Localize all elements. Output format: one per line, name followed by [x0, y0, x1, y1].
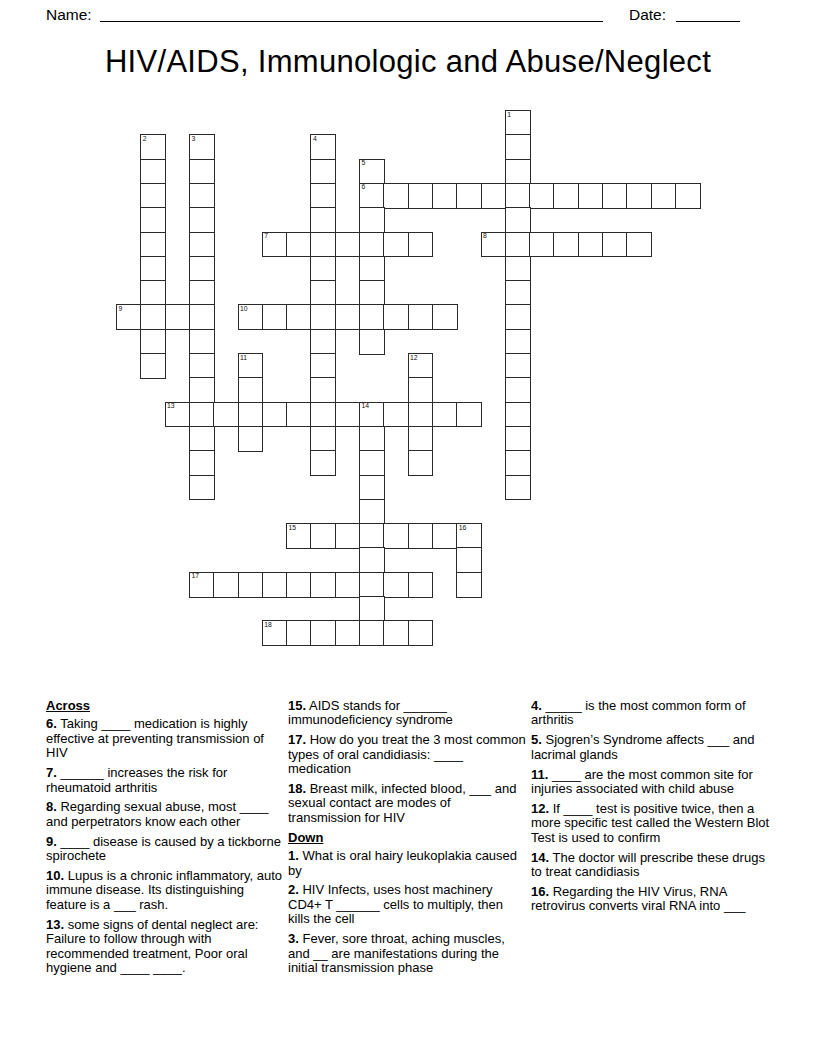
- cell-r9c8[interactable]: [310, 329, 336, 355]
- cell-r3c16[interactable]: [505, 183, 531, 209]
- cell-r6c16[interactable]: [505, 256, 531, 282]
- name-blank-line: [100, 21, 603, 22]
- cell-r8c1[interactable]: [140, 304, 166, 330]
- cell-r10c12[interactable]: 12: [408, 353, 434, 379]
- cell-r19c10[interactable]: [359, 572, 385, 598]
- cell-r3c3[interactable]: [189, 183, 215, 209]
- cell-r2c16[interactable]: [505, 159, 531, 185]
- cell-r12c5[interactable]: [238, 402, 264, 428]
- cell-r5c3[interactable]: [189, 232, 215, 258]
- cell-r19c7[interactable]: [286, 572, 312, 598]
- cell-r12c14[interactable]: [456, 402, 482, 428]
- cell-r13c16[interactable]: [505, 426, 531, 452]
- cell-r18c10[interactable]: [359, 547, 385, 573]
- cell-r17c14[interactable]: 16: [456, 523, 482, 549]
- cell-r13c8[interactable]: [310, 426, 336, 452]
- cell-number-8: 8: [483, 232, 487, 240]
- cell-r8c10[interactable]: [359, 304, 385, 330]
- cell-r14c3[interactable]: [189, 450, 215, 476]
- clue-number: 3.: [288, 931, 299, 946]
- cell-r17c7[interactable]: 15: [286, 523, 312, 549]
- cell-r8c16[interactable]: [505, 304, 531, 330]
- clue-number: 8.: [46, 799, 57, 814]
- clue-number: 15.: [288, 698, 306, 713]
- clue-number: 11.: [531, 767, 548, 782]
- cell-r13c12[interactable]: [408, 426, 434, 452]
- cell-r8c6[interactable]: [262, 304, 288, 330]
- clue-number: 18.: [288, 781, 306, 796]
- cell-number-3: 3: [191, 135, 195, 143]
- cell-r17c10[interactable]: [359, 523, 385, 549]
- cell-r14c8[interactable]: [310, 450, 336, 476]
- cell-r19c11[interactable]: [383, 572, 409, 598]
- cell-r4c16[interactable]: [505, 207, 531, 233]
- cell-r5c20[interactable]: [602, 232, 628, 258]
- cell-r1c8[interactable]: 4: [310, 134, 336, 160]
- cell-r15c16[interactable]: [505, 475, 531, 501]
- date-label: Date:: [629, 6, 666, 24]
- clue-down-12: 12. If ____ test is positive twice, then…: [531, 802, 770, 845]
- clue-number: 16.: [531, 884, 549, 899]
- cell-r2c1[interactable]: [140, 159, 166, 185]
- cell-r5c10[interactable]: [359, 232, 385, 258]
- cell-r19c4[interactable]: [213, 572, 239, 598]
- clue-across-10: 10. Lupus is a chronic inflammatory, aut…: [46, 869, 285, 912]
- clue-number: 5.: [531, 732, 542, 747]
- cell-r5c1[interactable]: [140, 232, 166, 258]
- clue-number: 4.: [531, 698, 542, 713]
- cell-r2c8[interactable]: [310, 159, 336, 185]
- cell-r12c10[interactable]: 14: [359, 402, 385, 428]
- cell-number-18: 18: [264, 621, 272, 629]
- clue-down-14: 14. The doctor will prescribe these drug…: [531, 851, 770, 880]
- cell-r9c1[interactable]: [140, 329, 166, 355]
- cell-r14c16[interactable]: [505, 450, 531, 476]
- clue-down-11: 11. ____ are the most common site for in…: [531, 768, 770, 797]
- cell-number-1: 1: [507, 111, 511, 119]
- cell-number-14: 14: [362, 402, 370, 410]
- clue-down-5: 5. Sjogren’s Syndrome affects ___ and la…: [531, 733, 770, 762]
- cell-r5c6[interactable]: 7: [262, 232, 288, 258]
- cell-r12c16[interactable]: [505, 402, 531, 428]
- clue-across-15: 15. AIDS stands for ______ immunodeficie…: [288, 699, 527, 728]
- cell-number-11: 11: [240, 354, 247, 362]
- cell-number-15: 15: [289, 524, 297, 532]
- cell-r15c3[interactable]: [189, 475, 215, 501]
- cell-r7c16[interactable]: [505, 280, 531, 306]
- cell-r16c10[interactable]: [359, 499, 385, 525]
- cell-r5c8[interactable]: [310, 232, 336, 258]
- cell-r8c11[interactable]: [383, 304, 409, 330]
- cell-r8c0[interactable]: 9: [116, 304, 142, 330]
- cell-number-9: 9: [119, 305, 123, 313]
- cell-r10c5[interactable]: 11: [238, 353, 264, 379]
- cell-r12c13[interactable]: [432, 402, 458, 428]
- cell-r10c3[interactable]: [189, 353, 215, 379]
- cell-r12c9[interactable]: [335, 402, 361, 428]
- cell-r2c10[interactable]: 5: [359, 159, 385, 185]
- clue-column-2: 15. AIDS stands for ______ immunodeficie…: [288, 699, 527, 981]
- cell-r19c12[interactable]: [408, 572, 434, 598]
- clue-number: 17.: [288, 732, 306, 747]
- cell-r5c19[interactable]: [578, 232, 604, 258]
- cell-r12c4[interactable]: [213, 402, 239, 428]
- cell-r13c3[interactable]: [189, 426, 215, 452]
- cell-r20c10[interactable]: [359, 596, 385, 622]
- cell-r12c7[interactable]: [286, 402, 312, 428]
- cell-r8c12[interactable]: [408, 304, 434, 330]
- cell-r21c9[interactable]: [335, 620, 361, 646]
- cell-r5c21[interactable]: [626, 232, 652, 258]
- cell-r3c17[interactable]: [529, 183, 555, 209]
- cell-r7c10[interactable]: [359, 280, 385, 306]
- cell-r10c1[interactable]: [140, 353, 166, 379]
- cell-r1c16[interactable]: [505, 134, 531, 160]
- cell-number-6: 6: [362, 183, 366, 191]
- clue-down-4: 4. _____ is the most common form of arth…: [531, 699, 770, 728]
- cell-r4c1[interactable]: [140, 207, 166, 233]
- cell-r12c2[interactable]: 13: [165, 402, 191, 428]
- clue-across-17: 17. How do you treat the 3 most common t…: [288, 733, 527, 776]
- cell-r17c9[interactable]: [335, 523, 361, 549]
- cell-r3c12[interactable]: [408, 183, 434, 209]
- page-title: HIV/AIDS, Immunologic and Abuse/Neglect: [0, 44, 816, 80]
- cell-r3c13[interactable]: [432, 183, 458, 209]
- cell-r15c10[interactable]: [359, 475, 385, 501]
- clue-down-2: 2. HIV Infects, uses host machinery CD4+…: [288, 883, 527, 926]
- cell-r3c19[interactable]: [578, 183, 604, 209]
- cell-r19c9[interactable]: [335, 572, 361, 598]
- cell-r7c1[interactable]: [140, 280, 166, 306]
- cell-r5c12[interactable]: [408, 232, 434, 258]
- cell-r14c10[interactable]: [359, 450, 385, 476]
- cell-r11c16[interactable]: [505, 377, 531, 403]
- cell-r3c14[interactable]: [456, 183, 482, 209]
- cell-r19c14[interactable]: [456, 572, 482, 598]
- cell-r7c8[interactable]: [310, 280, 336, 306]
- cell-r8c13[interactable]: [432, 304, 458, 330]
- cell-r19c3[interactable]: 17: [189, 572, 215, 598]
- cell-r3c22[interactable]: [651, 183, 677, 209]
- cell-number-5: 5: [362, 159, 366, 167]
- cell-r12c11[interactable]: [383, 402, 409, 428]
- cell-r14c12[interactable]: [408, 450, 434, 476]
- cell-r17c11[interactable]: [383, 523, 409, 549]
- clue-down-16: 16. Regarding the HIV Virus, RNA retrovi…: [531, 885, 770, 914]
- cell-r10c8[interactable]: [310, 353, 336, 379]
- across-heading: Across: [46, 699, 285, 713]
- name-label: Name:: [46, 6, 92, 24]
- cell-r13c5[interactable]: [238, 426, 264, 452]
- cell-r3c10[interactable]: 6: [359, 183, 385, 209]
- cell-r9c3[interactable]: [189, 329, 215, 355]
- cell-r3c21[interactable]: [626, 183, 652, 209]
- cell-r4c8[interactable]: [310, 207, 336, 233]
- clue-across-13: 13. some signs of dental neglect are: Fa…: [46, 918, 285, 976]
- cell-r8c9[interactable]: [335, 304, 361, 330]
- clue-down-1: 1. What is oral hairy leukoplakia caused…: [288, 849, 527, 878]
- cell-r5c9[interactable]: [335, 232, 361, 258]
- clue-number: 10.: [46, 868, 64, 883]
- clue-across-9: 9. ____ disease is caused by a tickborne…: [46, 835, 285, 864]
- cell-r11c3[interactable]: [189, 377, 215, 403]
- clue-number: 14.: [531, 850, 549, 865]
- clue-number: 13.: [46, 917, 64, 932]
- clue-number: 9.: [46, 834, 57, 849]
- cell-r6c8[interactable]: [310, 256, 336, 282]
- cell-r3c8[interactable]: [310, 183, 336, 209]
- cell-r3c18[interactable]: [553, 183, 579, 209]
- cell-number-13: 13: [167, 402, 175, 410]
- crossword-grid[interactable]: 123456789101112131415161718: [116, 110, 700, 645]
- cell-r19c5[interactable]: [238, 572, 264, 598]
- cell-r21c12[interactable]: [408, 620, 434, 646]
- clue-across-8: 8. Regarding sexual abuse, most ____ and…: [46, 800, 285, 829]
- cell-r8c5[interactable]: 10: [238, 304, 264, 330]
- clue-number: 12.: [531, 801, 549, 816]
- cell-r19c6[interactable]: [262, 572, 288, 598]
- cell-r1c3[interactable]: 3: [189, 134, 215, 160]
- cell-r12c3[interactable]: [189, 402, 215, 428]
- clue-column-3: 4. _____ is the most common form of arth…: [531, 699, 770, 919]
- cell-r10c16[interactable]: [505, 353, 531, 379]
- clue-down-3: 3. Fever, sore throat, aching muscles, a…: [288, 932, 527, 975]
- cell-r6c1[interactable]: [140, 256, 166, 282]
- cell-r3c11[interactable]: [383, 183, 409, 209]
- cell-r7c3[interactable]: [189, 280, 215, 306]
- clue-across-6: 6. Taking ____ medication is highly effe…: [46, 717, 285, 760]
- cell-r5c18[interactable]: [553, 232, 579, 258]
- cell-r6c3[interactable]: [189, 256, 215, 282]
- cell-r18c14[interactable]: [456, 547, 482, 573]
- cell-r13c10[interactable]: [359, 426, 385, 452]
- clue-column-1: Across6. Taking ____ medication is highl…: [46, 699, 285, 981]
- cell-number-4: 4: [313, 135, 317, 143]
- clue-number: 1.: [288, 848, 299, 863]
- cell-number-7: 7: [264, 232, 268, 240]
- cell-r3c20[interactable]: [602, 183, 628, 209]
- cell-r3c23[interactable]: [675, 183, 701, 209]
- cell-r6c10[interactable]: [359, 256, 385, 282]
- cell-r9c10[interactable]: [359, 329, 385, 355]
- cell-r8c3[interactable]: [189, 304, 215, 330]
- cell-r5c17[interactable]: [529, 232, 555, 258]
- cell-r5c15[interactable]: 8: [481, 232, 507, 258]
- cell-r2c3[interactable]: [189, 159, 215, 185]
- cell-number-12: 12: [410, 354, 418, 362]
- cell-r21c8[interactable]: [310, 620, 336, 646]
- cell-r11c12[interactable]: [408, 377, 434, 403]
- cell-r4c3[interactable]: [189, 207, 215, 233]
- cell-r5c11[interactable]: [383, 232, 409, 258]
- cell-r8c2[interactable]: [165, 304, 191, 330]
- clue-number: 2.: [288, 882, 299, 897]
- clue-number: 7.: [46, 765, 57, 780]
- cell-r21c10[interactable]: [359, 620, 385, 646]
- cell-r11c8[interactable]: [310, 377, 336, 403]
- cell-r11c5[interactable]: [238, 377, 264, 403]
- cell-r5c16[interactable]: [505, 232, 531, 258]
- cell-r8c7[interactable]: [286, 304, 312, 330]
- cell-r8c8[interactable]: [310, 304, 336, 330]
- cell-r1c1[interactable]: 2: [140, 134, 166, 160]
- cell-r12c12[interactable]: [408, 402, 434, 428]
- cell-r21c11[interactable]: [383, 620, 409, 646]
- cell-r19c8[interactable]: [310, 572, 336, 598]
- cell-r17c8[interactable]: [310, 523, 336, 549]
- cell-r4c10[interactable]: [359, 207, 385, 233]
- cell-r21c7[interactable]: [286, 620, 312, 646]
- cell-r12c8[interactable]: [310, 402, 336, 428]
- cell-number-10: 10: [240, 305, 248, 313]
- cell-r12c6[interactable]: [262, 402, 288, 428]
- cell-r9c16[interactable]: [505, 329, 531, 355]
- down-heading: Down: [288, 831, 527, 845]
- cell-r17c12[interactable]: [408, 523, 434, 549]
- cell-r0c16[interactable]: 1: [505, 110, 531, 136]
- clue-across-18: 18. Breast milk, infected blood, ___ and…: [288, 782, 527, 825]
- cell-number-17: 17: [191, 572, 199, 580]
- cell-r3c1[interactable]: [140, 183, 166, 209]
- cell-r21c6[interactable]: 18: [262, 620, 288, 646]
- date-blank-line: [676, 21, 740, 22]
- cell-r3c15[interactable]: [481, 183, 507, 209]
- cell-number-2: 2: [143, 135, 147, 143]
- clue-across-7: 7. ______ increases the risk for rheumat…: [46, 766, 285, 795]
- cell-r17c13[interactable]: [432, 523, 458, 549]
- cell-r5c7[interactable]: [286, 232, 312, 258]
- cell-number-16: 16: [459, 524, 467, 532]
- clue-number: 6.: [46, 716, 57, 731]
